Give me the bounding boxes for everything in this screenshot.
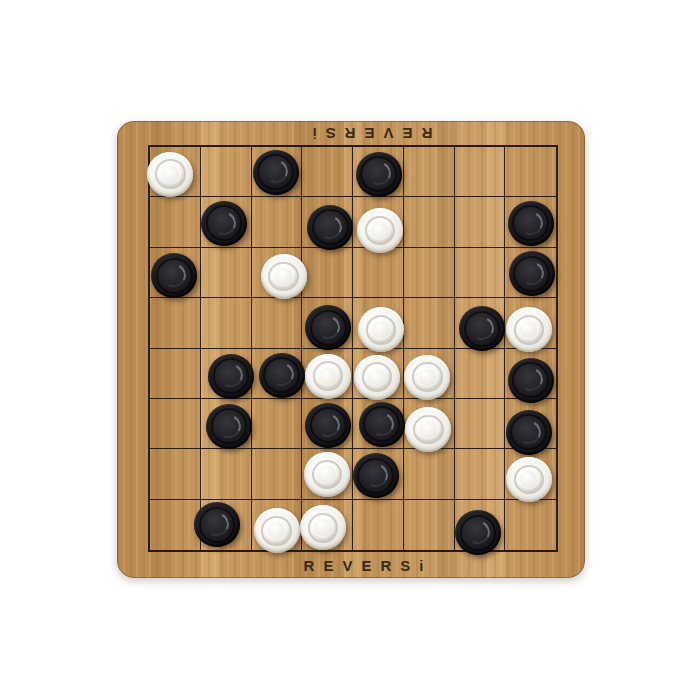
board-cell-r2c6[interactable] bbox=[404, 197, 455, 247]
white-disc-r2c5[interactable] bbox=[357, 208, 403, 253]
board-cell-r6c1[interactable] bbox=[150, 399, 201, 449]
photo-background: REVERSi REVERSi bbox=[0, 0, 700, 700]
board-cell-r7c1[interactable] bbox=[150, 449, 201, 499]
board-cell-r1c4[interactable] bbox=[302, 147, 353, 197]
board-cell-r6c3[interactable] bbox=[252, 399, 303, 449]
board-cell-r1c7[interactable] bbox=[455, 147, 506, 197]
board-cell-r8c6[interactable] bbox=[404, 500, 455, 550]
board-cell-r3c2[interactable] bbox=[201, 248, 252, 298]
board-cell-r8c5[interactable] bbox=[353, 500, 404, 550]
white-disc-r5c6[interactable] bbox=[404, 355, 450, 400]
white-disc-r4c5[interactable] bbox=[358, 307, 404, 352]
board-cell-r2c1[interactable] bbox=[150, 197, 201, 247]
black-disc-r6c2[interactable] bbox=[206, 404, 252, 449]
board-cell-r7c2[interactable] bbox=[201, 449, 252, 499]
white-disc-r5c4[interactable] bbox=[305, 354, 351, 399]
board-cell-r7c7[interactable] bbox=[455, 449, 506, 499]
board-cell-r1c2[interactable] bbox=[201, 147, 252, 197]
board-grid bbox=[148, 145, 558, 552]
board-cell-r4c2[interactable] bbox=[201, 298, 252, 348]
board-cell-r3c7[interactable] bbox=[455, 248, 506, 298]
board-cell-r2c3[interactable] bbox=[252, 197, 303, 247]
board-cell-r8c8[interactable] bbox=[505, 500, 556, 550]
board-cell-r5c7[interactable] bbox=[455, 349, 506, 399]
board-cell-r6c7[interactable] bbox=[455, 399, 506, 449]
black-disc-r5c3[interactable] bbox=[259, 353, 305, 398]
black-disc-r3c8[interactable] bbox=[509, 251, 555, 296]
board-cell-r3c6[interactable] bbox=[404, 248, 455, 298]
board-cell-r2c7[interactable] bbox=[455, 197, 506, 247]
black-disc-r6c8[interactable] bbox=[506, 410, 552, 455]
black-disc-r5c8[interactable] bbox=[508, 358, 554, 403]
black-disc-r5c2[interactable] bbox=[208, 354, 254, 399]
black-disc-r7c5[interactable] bbox=[353, 453, 399, 498]
board-cell-r1c8[interactable] bbox=[505, 147, 556, 197]
board-cell-r1c6[interactable] bbox=[404, 147, 455, 197]
board-cell-r4c1[interactable] bbox=[150, 298, 201, 348]
white-disc-r6c6[interactable] bbox=[405, 407, 451, 452]
black-disc-r8c2[interactable] bbox=[194, 502, 240, 547]
board-cell-r4c3[interactable] bbox=[252, 298, 303, 348]
reversi-board: REVERSi REVERSi bbox=[117, 121, 585, 578]
brand-label-bottom: REVERSi bbox=[134, 557, 602, 574]
black-disc-r2c2[interactable] bbox=[201, 201, 247, 246]
white-disc-r7c4[interactable] bbox=[304, 452, 350, 497]
white-disc-r3c3[interactable] bbox=[261, 254, 307, 299]
board-cell-r7c6[interactable] bbox=[404, 449, 455, 499]
white-disc-r1c1[interactable] bbox=[147, 152, 193, 197]
white-disc-r4c8[interactable] bbox=[506, 307, 552, 352]
white-disc-r8c3[interactable] bbox=[254, 508, 300, 553]
board-cell-r5c1[interactable] bbox=[150, 349, 201, 399]
board-cell-r7c3[interactable] bbox=[252, 449, 303, 499]
white-disc-r5c5[interactable] bbox=[354, 355, 400, 400]
brand-label-top: REVERSi bbox=[134, 125, 602, 142]
black-disc-r2c8[interactable] bbox=[508, 201, 554, 246]
black-disc-r1c5[interactable] bbox=[356, 152, 402, 197]
white-disc-r7c8[interactable] bbox=[506, 457, 552, 502]
black-disc-r6c5[interactable] bbox=[359, 402, 405, 447]
board-cell-r3c5[interactable] bbox=[353, 248, 404, 298]
black-disc-r2c4[interactable] bbox=[307, 205, 353, 250]
black-disc-r6c4[interactable] bbox=[305, 403, 351, 448]
board-cell-r4c6[interactable] bbox=[404, 298, 455, 348]
black-disc-r1c3[interactable] bbox=[253, 150, 299, 195]
board-cell-r3c4[interactable] bbox=[302, 248, 353, 298]
